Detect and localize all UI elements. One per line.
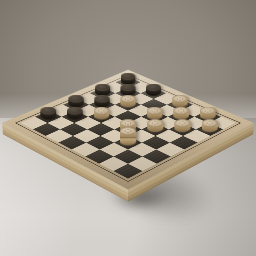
piece-top	[40, 106, 56, 114]
piece-top	[67, 106, 83, 114]
piece-top	[120, 83, 135, 91]
piece-top	[94, 95, 109, 103]
checkers-board	[2, 70, 254, 190]
piece-top	[120, 95, 135, 103]
piece-top	[147, 119, 163, 127]
piece-top	[172, 95, 187, 103]
piece-top	[120, 127, 137, 135]
piece-top	[173, 106, 189, 114]
piece-top	[121, 72, 136, 79]
perspective-wrapper	[0, 0, 256, 256]
piece-top	[202, 119, 218, 127]
scene	[0, 0, 256, 256]
piece-top	[95, 83, 110, 91]
piece-top	[94, 106, 110, 114]
piece-top	[68, 95, 83, 103]
piece-top	[200, 106, 216, 114]
piece-top	[147, 106, 163, 114]
piece-top	[146, 83, 161, 91]
piece-top	[120, 119, 136, 127]
piece-top	[174, 119, 190, 127]
